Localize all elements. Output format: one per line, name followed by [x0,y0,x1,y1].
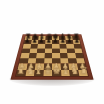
square-h6[interactable] [73,44,81,48]
black-pawn-d7[interactable]: ♟ [45,38,52,44]
chess-board: ♜♞♝♛♚♝♞♜♟♟♟♟♟♟♟♟♟♟♟♟♟♟♟♟♜♞♝♛♚♝♞♜ [16,36,88,76]
white-bishop-f1[interactable]: ♝ [61,67,70,76]
square-d7[interactable]: ♟ [45,40,52,44]
square-e1[interactable]: ♚ [52,70,61,77]
square-h5[interactable] [74,48,82,53]
black-pawn-g7[interactable]: ♟ [66,38,73,44]
square-h4[interactable] [75,53,84,58]
square-c1[interactable]: ♝ [34,70,43,77]
square-h1[interactable]: ♜ [78,70,88,77]
square-c7[interactable]: ♟ [38,40,45,44]
square-e7[interactable]: ♟ [52,40,59,44]
white-knight-b1[interactable]: ♞ [25,67,34,76]
black-pawn-h7[interactable]: ♟ [73,38,80,44]
square-f1[interactable]: ♝ [61,70,70,77]
square-c4[interactable] [36,53,44,58]
black-pawn-f7[interactable]: ♟ [59,38,66,44]
white-knight-g1[interactable]: ♞ [70,67,79,76]
square-g1[interactable]: ♞ [69,70,79,77]
white-king-e1[interactable]: ♚ [52,67,61,76]
chess-set-photo: ♜♞♝♛♚♝♞♜♟♟♟♟♟♟♟♟♟♟♟♟♟♟♟♟♜♞♝♛♚♝♞♜ [0,0,104,104]
white-rook-a1[interactable]: ♜ [16,67,25,76]
white-rook-h1[interactable]: ♜ [79,67,88,76]
square-d4[interactable] [44,53,52,58]
square-d1[interactable]: ♛ [43,70,52,77]
white-queen-d1[interactable]: ♛ [43,67,52,76]
square-g7[interactable]: ♟ [66,40,74,44]
square-e5[interactable] [52,48,60,53]
square-e4[interactable] [52,53,60,58]
black-pawn-e7[interactable]: ♟ [52,38,59,44]
square-h7[interactable]: ♟ [72,40,80,44]
chess-board-frame: ♜♞♝♛♚♝♞♜♟♟♟♟♟♟♟♟♟♟♟♟♟♟♟♟♜♞♝♛♚♝♞♜ [10,34,93,80]
square-f7[interactable]: ♟ [59,40,66,44]
black-pawn-b7[interactable]: ♟ [31,38,38,44]
black-pawn-a7[interactable]: ♟ [24,38,31,44]
square-d5[interactable] [44,48,52,53]
square-d6[interactable] [45,44,52,48]
white-bishop-c1[interactable]: ♝ [34,67,43,76]
black-pawn-c7[interactable]: ♟ [38,38,45,44]
